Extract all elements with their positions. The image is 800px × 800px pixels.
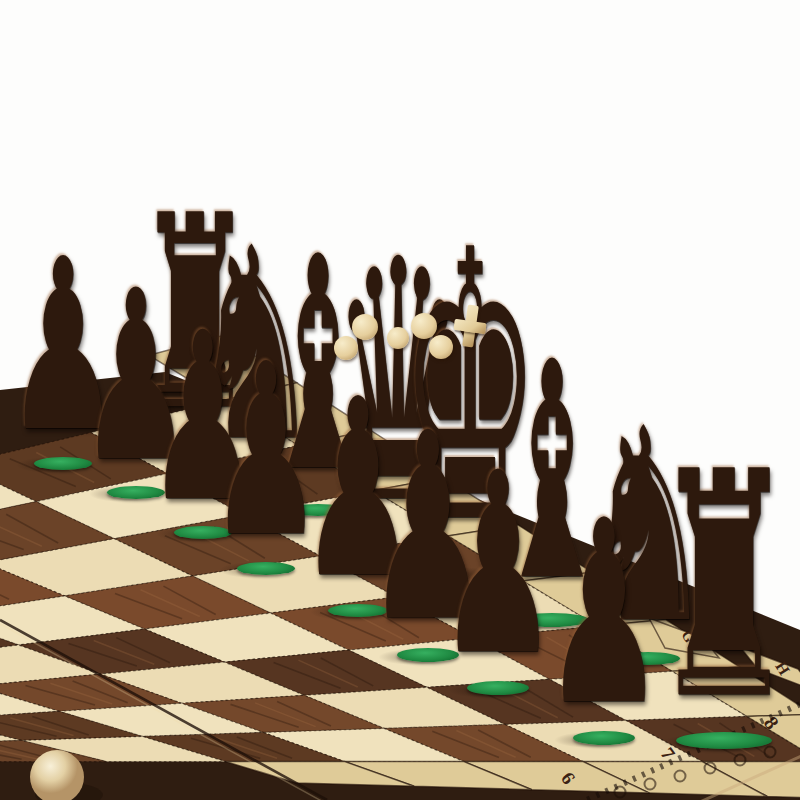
chess-board: 876GH: [0, 0, 800, 800]
chess-photo-scene: 876GH ♜♟♞♟♝♟♛♟♚♟♝♟♞♟♟♜: [0, 0, 800, 800]
